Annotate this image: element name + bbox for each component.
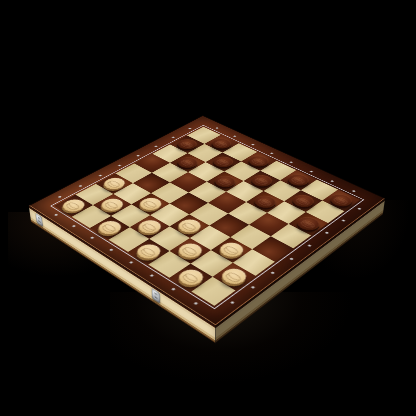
frame-stud — [216, 127, 220, 129]
board-frame: ⛂⛂⛂⛂⛂⛂⛂⛂⛂⛂⛂⛂⛀⛀⛀⛀⛀⛀⛀⛀⛀⛀⛀⛀ — [29, 115, 385, 325]
checker-light-man[interactable]: ⛀ — [174, 267, 208, 289]
square-g3[interactable]: ⛀ — [211, 237, 252, 263]
square-e4[interactable] — [189, 203, 228, 226]
frame-stud — [78, 185, 82, 187]
checkers-board: ⛂⛂⛂⛂⛂⛂⛂⛂⛂⛂⛂⛂⛀⛀⛀⛀⛀⛀⛀⛀⛀⛀⛀⛀ — [29, 115, 385, 325]
square-h2[interactable]: ⛀ — [213, 263, 256, 291]
frame-stud — [154, 145, 158, 147]
frame-stud — [357, 208, 361, 210]
checker-light-man[interactable]: ⛀ — [174, 217, 205, 235]
checker-dark-man[interactable]: ⛂ — [326, 192, 355, 209]
board-grid: ⛂⛂⛂⛂⛂⛂⛂⛂⛂⛂⛂⛂⛀⛀⛀⛀⛀⛀⛀⛀⛀⛀⛀⛀ — [54, 127, 360, 306]
square-h5[interactable] — [271, 224, 311, 248]
photo-scene: ⛂⛂⛂⛂⛂⛂⛂⛂⛂⛂⛂⛂⛀⛀⛀⛀⛀⛀⛀⛀⛀⛀⛀⛀ — [0, 0, 416, 416]
square-g4[interactable] — [230, 225, 270, 250]
frame-stud — [251, 143, 255, 145]
checker-light-man[interactable]: ⛀ — [136, 196, 166, 213]
square-f1[interactable] — [148, 251, 190, 278]
checker-light-man[interactable]: ⛀ — [59, 197, 89, 214]
frame-stud — [289, 258, 294, 261]
frame-stud — [270, 152, 274, 154]
square-c1[interactable]: ⛀ — [90, 216, 130, 240]
square-c2[interactable] — [111, 204, 150, 227]
checker-light-man[interactable]: ⛀ — [133, 242, 165, 262]
square-d1[interactable] — [109, 227, 150, 252]
frame-stud — [310, 170, 314, 172]
frame-stud — [109, 248, 114, 251]
checker-light-man[interactable]: ⛀ — [94, 218, 125, 237]
frame-stud — [98, 174, 102, 176]
square-g1[interactable]: ⛀ — [169, 264, 212, 292]
square-h4[interactable] — [252, 236, 293, 261]
square-e3[interactable]: ⛀ — [170, 214, 210, 238]
square-h1[interactable] — [191, 277, 235, 306]
frame-stud — [72, 225, 76, 228]
frame-stud — [230, 301, 235, 304]
checker-dark-man[interactable]: ⛂ — [293, 214, 324, 232]
frame-stud — [54, 214, 58, 217]
frame-stud — [57, 196, 61, 198]
frame-stud — [90, 236, 95, 239]
frame-stud — [352, 190, 356, 192]
frame-stud — [270, 271, 275, 274]
frame-stud — [171, 136, 175, 138]
checker-light-man[interactable]: ⛀ — [134, 218, 165, 236]
frame-stud — [188, 127, 192, 129]
square-g5[interactable] — [249, 213, 289, 237]
checker-light-man[interactable]: ⛀ — [217, 266, 250, 288]
square-d3[interactable] — [150, 204, 189, 227]
frame-stud — [325, 232, 329, 235]
square-h7[interactable] — [306, 201, 345, 224]
square-g6[interactable] — [267, 201, 306, 224]
metal-latch-icon — [152, 288, 160, 304]
frame-stud — [129, 261, 134, 264]
frame-stud — [136, 155, 140, 157]
square-h6[interactable]: ⛂ — [289, 212, 328, 235]
square-b1[interactable] — [72, 205, 111, 228]
square-f5[interactable] — [228, 202, 267, 225]
checker-light-man[interactable]: ⛀ — [174, 241, 206, 261]
checker-light-man[interactable]: ⛀ — [216, 240, 248, 260]
frame-stud — [341, 219, 345, 222]
frame-stud — [193, 302, 198, 305]
frame-stud — [233, 135, 237, 137]
square-e2[interactable] — [149, 226, 190, 251]
frame-stud — [290, 161, 294, 163]
frame-stud — [171, 288, 176, 291]
square-g2[interactable] — [191, 250, 233, 277]
square-f3[interactable] — [190, 226, 231, 251]
square-e1[interactable]: ⛀ — [128, 239, 170, 265]
frame-stud — [149, 274, 154, 277]
square-f4[interactable] — [209, 214, 249, 238]
frame-stud — [117, 164, 121, 166]
square-d2[interactable]: ⛀ — [130, 215, 170, 239]
frame-stud — [330, 180, 334, 182]
frame-stud — [307, 244, 312, 247]
square-f2[interactable]: ⛀ — [170, 238, 211, 264]
frame-stud — [251, 286, 256, 289]
square-h3[interactable] — [233, 249, 275, 276]
metal-latch-icon — [36, 213, 44, 227]
checker-light-man[interactable]: ⛀ — [97, 196, 127, 213]
